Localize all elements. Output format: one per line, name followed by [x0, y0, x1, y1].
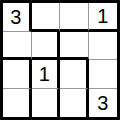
cell-r3c2[interactable]: 1	[32, 60, 61, 89]
cell-r1c4[interactable]: 1	[89, 3, 118, 32]
cell-r1c3[interactable]	[60, 3, 89, 32]
cell-r2c1[interactable]	[3, 32, 32, 61]
cell-r2c4[interactable]	[89, 32, 118, 61]
cell-r1c2[interactable]	[32, 3, 61, 32]
cell-r1c1[interactable]: 3	[3, 3, 32, 32]
cell-r4c1[interactable]	[3, 89, 32, 118]
cell-r2c3[interactable]	[60, 32, 89, 61]
cell-r3c4[interactable]	[89, 60, 118, 89]
cell-r3c3[interactable]	[60, 60, 89, 89]
cell-r4c2[interactable]	[32, 89, 61, 118]
cell-r4c4[interactable]: 3	[89, 89, 118, 118]
cell-r2c2[interactable]	[32, 32, 61, 61]
cell-r4c3[interactable]	[60, 89, 89, 118]
suguru-board: 3113	[0, 0, 120, 120]
cell-r3c1[interactable]	[3, 60, 32, 89]
